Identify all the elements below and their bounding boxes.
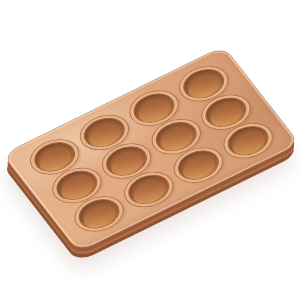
pan-cup-grid: [18, 58, 283, 241]
product-photo: [0, 0, 300, 300]
muffin-pan: [2, 46, 300, 253]
